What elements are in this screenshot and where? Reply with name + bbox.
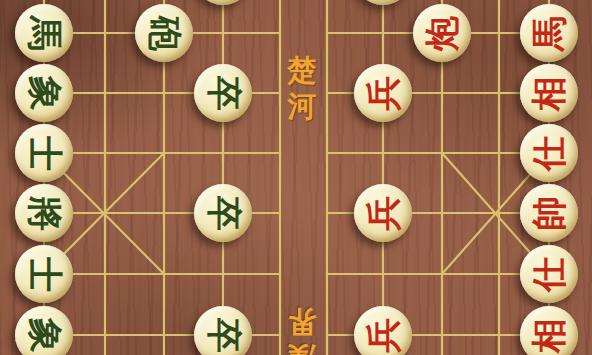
piece-black-horse[interactable]: 馬 bbox=[15, 4, 73, 62]
piece-glyph: 炮 bbox=[425, 16, 460, 51]
piece-glyph: 兵 bbox=[366, 318, 401, 353]
river-text-han-jie: 漢界 bbox=[285, 300, 319, 355]
piece-black-soldier[interactable]: 卒 bbox=[194, 184, 252, 242]
piece-red-horse[interactable]: 馬 bbox=[520, 4, 578, 62]
piece-red-general[interactable]: 帥 bbox=[520, 184, 578, 242]
piece-red-soldier[interactable]: 兵 bbox=[354, 306, 412, 355]
piece-glyph: 將 bbox=[27, 196, 62, 231]
piece-black-advisor[interactable]: 士 bbox=[15, 245, 73, 303]
piece-black-advisor[interactable]: 士 bbox=[15, 124, 73, 182]
piece-red-elephant[interactable]: 相 bbox=[520, 64, 578, 122]
piece-glyph: 象 bbox=[27, 318, 62, 353]
piece-glyph: 士 bbox=[27, 136, 62, 171]
xiangqi-board: 楚河 漢界 馬象士將士象砲卒卒卒卒兵兵兵兵炮馬相仕帥仕相 bbox=[0, 0, 592, 355]
piece-black-elephant[interactable]: 象 bbox=[15, 64, 73, 122]
piece-glyph: 仕 bbox=[532, 257, 567, 292]
piece-red-advisor[interactable]: 仕 bbox=[520, 124, 578, 182]
piece-black-general[interactable]: 將 bbox=[15, 184, 73, 242]
piece-glyph: 兵 bbox=[366, 76, 401, 111]
piece-red-soldier[interactable]: 兵 bbox=[354, 184, 412, 242]
piece-glyph: 相 bbox=[532, 318, 567, 353]
piece-glyph: 相 bbox=[532, 76, 567, 111]
piece-glyph: 象 bbox=[27, 76, 62, 111]
piece-glyph: 馬 bbox=[532, 16, 567, 51]
piece-red-advisor[interactable]: 仕 bbox=[520, 245, 578, 303]
piece-black-soldier[interactable]: 卒 bbox=[194, 64, 252, 122]
piece-glyph: 馬 bbox=[27, 16, 62, 51]
piece-glyph: 卒 bbox=[206, 196, 241, 231]
piece-black-soldier[interactable]: 卒 bbox=[194, 306, 252, 355]
piece-red-soldier[interactable]: 兵 bbox=[354, 64, 412, 122]
piece-black-cannon[interactable]: 砲 bbox=[135, 4, 193, 62]
piece-glyph: 砲 bbox=[147, 16, 182, 51]
piece-glyph: 帥 bbox=[532, 196, 567, 231]
piece-red-elephant[interactable]: 相 bbox=[520, 306, 578, 355]
piece-black-elephant[interactable]: 象 bbox=[15, 306, 73, 355]
river-text-chu-he: 楚河 bbox=[285, 52, 319, 124]
piece-glyph: 仕 bbox=[532, 136, 567, 171]
piece-glyph: 兵 bbox=[366, 196, 401, 231]
piece-glyph: 卒 bbox=[206, 76, 241, 111]
piece-glyph: 士 bbox=[27, 257, 62, 292]
piece-red-cannon[interactable]: 炮 bbox=[413, 4, 471, 62]
piece-glyph: 卒 bbox=[206, 318, 241, 353]
